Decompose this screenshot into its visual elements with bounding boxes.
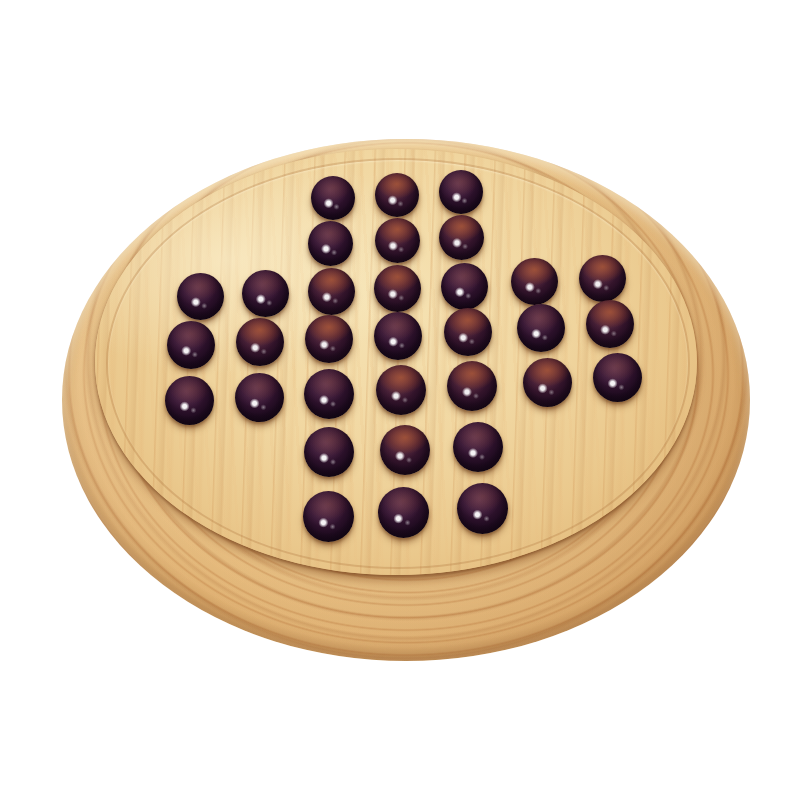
marble-r1c5[interactable] <box>439 170 483 214</box>
marble-r3c7[interactable] <box>579 255 626 302</box>
marble-r5c1[interactable] <box>165 376 214 425</box>
marble-r4c5[interactable] <box>444 308 492 356</box>
marble-r4c4[interactable] <box>374 312 422 360</box>
marble-r2c3[interactable] <box>308 221 353 266</box>
marble-r4c6[interactable] <box>517 304 565 352</box>
marble-r3c1[interactable] <box>177 273 224 320</box>
marble-r6c5[interactable] <box>453 422 503 472</box>
marble-r7c4[interactable] <box>378 487 429 538</box>
marble-r5c2[interactable] <box>235 373 284 422</box>
marble-r3c3[interactable] <box>308 268 355 315</box>
marble-r4c2[interactable] <box>236 318 284 366</box>
marble-r6c4[interactable] <box>380 425 430 475</box>
marble-r5c3[interactable] <box>304 369 354 419</box>
marble-r3c4[interactable] <box>374 265 421 312</box>
marble-r3c5[interactable] <box>441 263 488 310</box>
marble-layer <box>0 0 800 800</box>
photo-scene <box>0 0 800 800</box>
marble-r6c3[interactable] <box>304 427 354 477</box>
marble-r2c5[interactable] <box>439 215 484 260</box>
marble-r5c4[interactable] <box>376 365 426 415</box>
marble-r2c4[interactable] <box>375 218 420 263</box>
marble-r7c5[interactable] <box>457 483 508 534</box>
marble-r1c4[interactable] <box>375 173 419 217</box>
marble-r4c3[interactable] <box>305 315 353 363</box>
marble-r5c5[interactable] <box>447 361 497 411</box>
marble-r4c7[interactable] <box>586 300 634 348</box>
marble-r4c1[interactable] <box>167 321 215 369</box>
marble-r3c2[interactable] <box>242 270 289 317</box>
marble-r5c6[interactable] <box>523 358 572 407</box>
marble-r3c6[interactable] <box>511 258 558 305</box>
marble-r1c3[interactable] <box>311 176 355 220</box>
marble-r5c7[interactable] <box>593 353 642 402</box>
marble-r7c3[interactable] <box>303 491 354 542</box>
